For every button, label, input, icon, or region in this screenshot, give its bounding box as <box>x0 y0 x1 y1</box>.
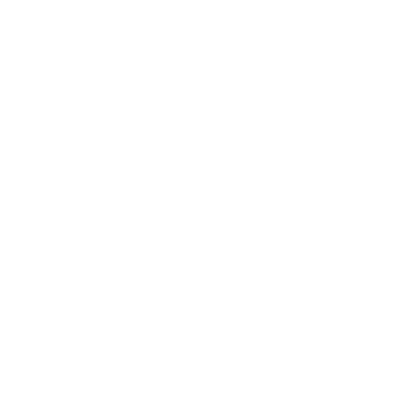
product-photo <box>0 0 400 400</box>
